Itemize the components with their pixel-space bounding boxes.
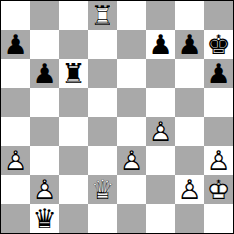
square-e6[interactable] [117,59,146,88]
square-e3[interactable]: ♟♙ [117,146,146,175]
square-e5[interactable] [117,88,146,117]
square-e8[interactable] [117,1,146,30]
square-d8[interactable]: ♜♖ [88,1,117,30]
square-b8[interactable] [30,1,59,30]
square-f6[interactable] [146,59,175,88]
square-g7[interactable]: ♟ [175,30,204,59]
square-c6[interactable]: ♜ [59,59,88,88]
square-a7[interactable]: ♟ [1,30,30,59]
square-d6[interactable] [88,59,117,88]
square-a5[interactable] [1,88,30,117]
square-c2[interactable] [59,175,88,204]
square-h8[interactable] [204,1,233,30]
square-g2[interactable]: ♟♙ [175,175,204,204]
black-pawn-icon: ♟ [30,59,59,88]
white-pawn-icon: ♟♙ [204,146,233,175]
square-g4[interactable] [175,117,204,146]
square-f2[interactable] [146,175,175,204]
square-d4[interactable] [88,117,117,146]
square-a2[interactable] [1,175,30,204]
square-f5[interactable] [146,88,175,117]
square-a6[interactable] [1,59,30,88]
square-c8[interactable] [59,1,88,30]
square-f4[interactable]: ♟♙ [146,117,175,146]
square-c1[interactable] [59,204,88,233]
square-h2[interactable]: ♚♔ [204,175,233,204]
square-b7[interactable] [30,30,59,59]
black-pawn-icon: ♟ [175,30,204,59]
square-d3[interactable] [88,146,117,175]
square-h3[interactable]: ♟♙ [204,146,233,175]
square-b3[interactable] [30,146,59,175]
square-b4[interactable] [30,117,59,146]
square-d2[interactable]: ♛♕ [88,175,117,204]
chess-board: ♜♖♟♟♟♚♟♜♟♟♙♟♙♟♙♟♙♟♙♛♕♟♙♚♔♛ [0,0,234,234]
black-pawn-icon: ♟ [1,30,30,59]
square-b5[interactable] [30,88,59,117]
white-pawn-icon: ♟♙ [1,146,30,175]
square-f8[interactable] [146,1,175,30]
square-h5[interactable] [204,88,233,117]
black-pawn-icon: ♟ [204,59,233,88]
chess-diagram: ♜♖♟♟♟♚♟♜♟♟♙♟♙♟♙♟♙♟♙♛♕♟♙♚♔♛ [0,0,234,234]
white-pawn-icon: ♟♙ [117,146,146,175]
square-c5[interactable] [59,88,88,117]
square-c3[interactable] [59,146,88,175]
white-pawn-icon: ♟♙ [175,175,204,204]
white-pawn-icon: ♟♙ [146,117,175,146]
square-h6[interactable]: ♟ [204,59,233,88]
square-g1[interactable] [175,204,204,233]
square-b2[interactable]: ♟♙ [30,175,59,204]
square-d5[interactable] [88,88,117,117]
square-h4[interactable] [204,117,233,146]
square-a8[interactable] [1,1,30,30]
black-rook-icon: ♜ [59,59,88,88]
white-king-icon: ♚♔ [204,175,233,204]
white-queen-icon: ♛♕ [88,175,117,204]
square-d1[interactable] [88,204,117,233]
square-a3[interactable]: ♟♙ [1,146,30,175]
square-h1[interactable] [204,204,233,233]
square-a4[interactable] [1,117,30,146]
square-c4[interactable] [59,117,88,146]
square-b6[interactable]: ♟ [30,59,59,88]
square-f3[interactable] [146,146,175,175]
square-h7[interactable]: ♚ [204,30,233,59]
square-b1[interactable]: ♛ [30,204,59,233]
square-c7[interactable] [59,30,88,59]
square-e7[interactable] [117,30,146,59]
square-a1[interactable] [1,204,30,233]
square-f7[interactable]: ♟ [146,30,175,59]
black-king-icon: ♚ [204,30,233,59]
square-e4[interactable] [117,117,146,146]
black-queen-icon: ♛ [30,204,59,233]
square-g8[interactable] [175,1,204,30]
square-e2[interactable] [117,175,146,204]
square-g6[interactable] [175,59,204,88]
square-g3[interactable] [175,146,204,175]
white-pawn-icon: ♟♙ [30,175,59,204]
square-e1[interactable] [117,204,146,233]
square-g5[interactable] [175,88,204,117]
square-d7[interactable] [88,30,117,59]
black-pawn-icon: ♟ [146,30,175,59]
white-rook-icon: ♜♖ [88,1,117,30]
square-f1[interactable] [146,204,175,233]
